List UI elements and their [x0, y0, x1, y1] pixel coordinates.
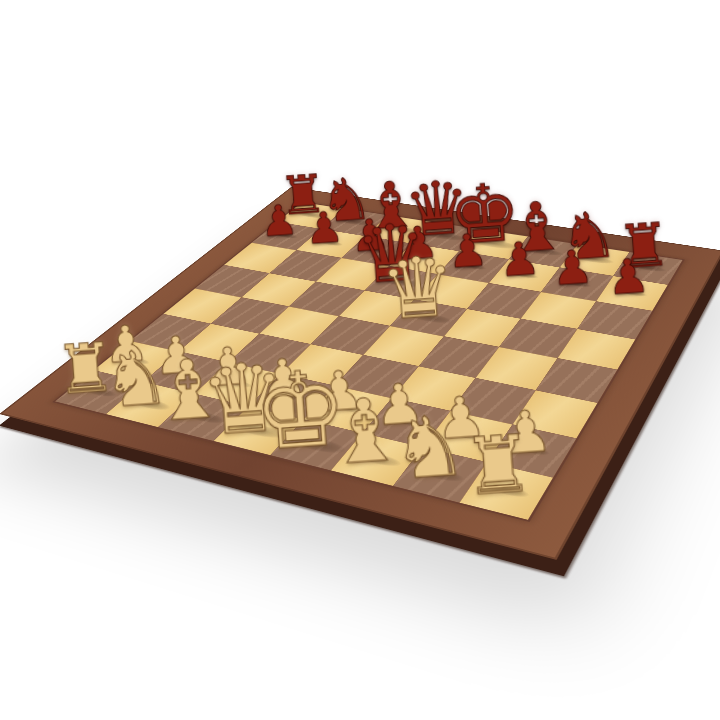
board-playing-field: ♜♞♝♛♚♝♞♜♟♟♟♟♟♟♟♟♛♛♟♟♟♟♟♟♟♟♜♞♝♛♚♝♞♜: [55, 202, 682, 520]
piece-red-pawn-a7[interactable]: ♟: [273, 232, 299, 239]
red-pawn-icon: ♟: [304, 205, 345, 250]
piece-red-pawn-f7[interactable]: ♟: [510, 271, 540, 279]
boxwood-knight-icon: ♞: [389, 403, 470, 492]
chess-board: ♜♞♝♛♚♝♞♜♟♟♟♟♟♟♟♟♛♛♟♟♟♟♟♟♟♟♜♞♝♛♚♝♞♜: [0, 187, 720, 560]
piece-boxwood-queen-e5[interactable]: ♛: [403, 309, 456, 325]
piece-red-pawn-g7[interactable]: ♟: [562, 280, 592, 289]
red-pawn-icon: ♟: [605, 251, 651, 301]
product-photo: ♜♞♝♛♚♝♞♜♟♟♟♟♟♟♟♟♛♛♟♟♟♟♟♟♟♟♜♞♝♛♚♝♞♜: [0, 0, 720, 720]
piece-boxwood-rook-h1[interactable]: ♜: [482, 480, 532, 500]
boxwood-rook-icon: ♜: [460, 424, 535, 507]
red-pawn-icon: ♟: [497, 234, 541, 282]
piece-red-pawn-h7[interactable]: ♟: [617, 288, 648, 297]
red-pawn-icon: ♟: [550, 242, 595, 291]
boxwood-queen-icon: ♛: [378, 244, 458, 332]
piece-red-pawn-b7[interactable]: ♟: [317, 239, 344, 246]
red-pawn-icon: ♟: [259, 198, 299, 242]
piece-red-pawn-e7[interactable]: ♟: [459, 263, 488, 271]
piece-boxwood-knight-g1[interactable]: ♞: [414, 464, 467, 485]
